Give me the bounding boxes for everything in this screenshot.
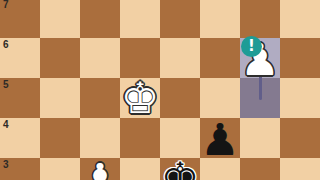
good-move-badge: ! bbox=[241, 36, 262, 57]
black-king-e3[interactable]: ♚ bbox=[160, 158, 200, 180]
black-pawn-f4[interactable]: ♟ bbox=[200, 120, 240, 160]
white-king-d5[interactable]: ♚ bbox=[120, 78, 160, 118]
white-pawn-c3[interactable]: ♟ bbox=[80, 160, 120, 180]
chess-board: 76543 ♟♚♟♚♟! bbox=[0, 0, 320, 180]
board-overlay: ♟♚♟♚♟! bbox=[0, 0, 320, 180]
